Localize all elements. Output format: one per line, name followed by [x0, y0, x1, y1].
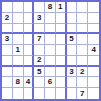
- sudoku-board: 81233751425328467: [0, 0, 101, 101]
- sudoku-cell-empty[interactable]: [13, 2, 24, 13]
- sudoku-cell-empty[interactable]: [24, 13, 35, 24]
- sudoku-cell-given: 6: [45, 77, 56, 88]
- sudoku-cell-empty[interactable]: [88, 24, 99, 35]
- sudoku-cell-empty[interactable]: [88, 67, 99, 78]
- sudoku-cell-given: 4: [24, 77, 35, 88]
- sudoku-cell-empty[interactable]: [34, 2, 45, 13]
- sudoku-cell-empty[interactable]: [34, 77, 45, 88]
- sudoku-cell-empty[interactable]: [34, 45, 45, 56]
- sudoku-cell-empty[interactable]: [34, 24, 45, 35]
- sudoku-cell-given: 3: [67, 67, 78, 78]
- sudoku-cell-given: 1: [56, 2, 67, 13]
- sudoku-cell-empty[interactable]: [2, 56, 13, 67]
- sudoku-cell-empty[interactable]: [24, 2, 35, 13]
- sudoku-cell-empty[interactable]: [77, 77, 88, 88]
- sudoku-cell-empty[interactable]: [45, 24, 56, 35]
- sudoku-cell-empty[interactable]: [56, 67, 67, 78]
- sudoku-cell-empty[interactable]: [67, 13, 78, 24]
- sudoku-cell-given: 3: [34, 13, 45, 24]
- sudoku-cell-empty[interactable]: [2, 2, 13, 13]
- sudoku-cell-empty[interactable]: [2, 88, 13, 99]
- sudoku-cell-empty[interactable]: [77, 34, 88, 45]
- sudoku-cell-empty[interactable]: [56, 45, 67, 56]
- sudoku-cell-given: 2: [2, 13, 13, 24]
- sudoku-cell-empty[interactable]: [56, 34, 67, 45]
- sudoku-cell-empty[interactable]: [45, 34, 56, 45]
- sudoku-cell-empty[interactable]: [56, 77, 67, 88]
- sudoku-cell-empty[interactable]: [13, 88, 24, 99]
- sudoku-cell-empty[interactable]: [67, 88, 78, 99]
- sudoku-cell-empty[interactable]: [77, 56, 88, 67]
- sudoku-cell-empty[interactable]: [45, 56, 56, 67]
- sudoku-cell-empty[interactable]: [24, 88, 35, 99]
- sudoku-cell-empty[interactable]: [67, 2, 78, 13]
- sudoku-cell-given: 5: [34, 67, 45, 78]
- sudoku-cell-empty[interactable]: [77, 24, 88, 35]
- sudoku-cell-empty[interactable]: [56, 13, 67, 24]
- sudoku-cell-empty[interactable]: [45, 45, 56, 56]
- sudoku-cell-empty[interactable]: [2, 67, 13, 78]
- sudoku-cell-empty[interactable]: [88, 13, 99, 24]
- sudoku-cell-given: 2: [77, 67, 88, 78]
- sudoku-cell-empty[interactable]: [13, 67, 24, 78]
- sudoku-cell-empty[interactable]: [77, 2, 88, 13]
- sudoku-cell-given: 3: [2, 34, 13, 45]
- sudoku-cell-empty[interactable]: [56, 88, 67, 99]
- sudoku-cell-given: 7: [34, 34, 45, 45]
- sudoku-cell-empty[interactable]: [13, 24, 24, 35]
- sudoku-cell-empty[interactable]: [24, 45, 35, 56]
- sudoku-cell-empty[interactable]: [13, 13, 24, 24]
- sudoku-cell-empty[interactable]: [67, 24, 78, 35]
- sudoku-cell-empty[interactable]: [13, 34, 24, 45]
- sudoku-cell-empty[interactable]: [88, 34, 99, 45]
- sudoku-cell-empty[interactable]: [34, 88, 45, 99]
- sudoku-cell-given: 7: [77, 88, 88, 99]
- sudoku-cell-empty[interactable]: [67, 77, 78, 88]
- sudoku-cell-empty[interactable]: [45, 88, 56, 99]
- sudoku-cell-empty[interactable]: [45, 13, 56, 24]
- sudoku-cell-given: 4: [88, 45, 99, 56]
- sudoku-cell-empty[interactable]: [88, 88, 99, 99]
- sudoku-cell-empty[interactable]: [67, 45, 78, 56]
- sudoku-cell-given: 8: [13, 77, 24, 88]
- sudoku-cell-given: 2: [34, 56, 45, 67]
- sudoku-cell-empty[interactable]: [24, 34, 35, 45]
- sudoku-cell-empty[interactable]: [88, 2, 99, 13]
- sudoku-cell-empty[interactable]: [2, 45, 13, 56]
- sudoku-cell-empty[interactable]: [56, 24, 67, 35]
- sudoku-cell-empty[interactable]: [77, 45, 88, 56]
- sudoku-cell-empty[interactable]: [2, 77, 13, 88]
- sudoku-cell-empty[interactable]: [13, 56, 24, 67]
- sudoku-cell-empty[interactable]: [67, 56, 78, 67]
- sudoku-cell-empty[interactable]: [88, 56, 99, 67]
- sudoku-cell-empty[interactable]: [45, 67, 56, 78]
- sudoku-cell-empty[interactable]: [24, 67, 35, 78]
- sudoku-cell-given: 5: [67, 34, 78, 45]
- sudoku-cell-given: 1: [13, 45, 24, 56]
- sudoku-cell-empty[interactable]: [88, 77, 99, 88]
- sudoku-cell-empty[interactable]: [77, 13, 88, 24]
- sudoku-cell-given: 8: [45, 2, 56, 13]
- sudoku-cell-empty[interactable]: [24, 24, 35, 35]
- sudoku-cell-empty[interactable]: [24, 56, 35, 67]
- sudoku-cell-empty[interactable]: [56, 56, 67, 67]
- sudoku-cell-empty[interactable]: [2, 24, 13, 35]
